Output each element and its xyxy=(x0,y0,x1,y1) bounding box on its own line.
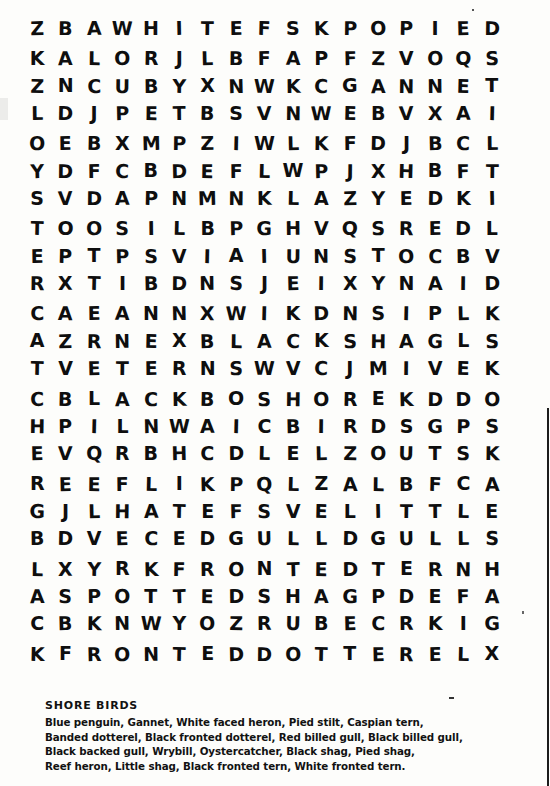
grid-cell[interactable]: L xyxy=(364,469,393,498)
grid-cell[interactable]: W xyxy=(136,609,165,638)
grid-cell[interactable]: Z xyxy=(335,439,364,468)
grid-cell[interactable]: B xyxy=(392,469,421,498)
grid-cell[interactable]: S xyxy=(392,412,420,440)
grid-cell[interactable]: Y xyxy=(364,269,393,298)
grid-cell[interactable]: E xyxy=(421,639,450,668)
grid-cell[interactable]: M xyxy=(193,184,222,213)
grid-cell[interactable]: D xyxy=(222,639,251,668)
grid-cell[interactable]: S xyxy=(222,269,251,298)
grid-cell[interactable]: X xyxy=(193,299,222,328)
grid-cell[interactable]: T xyxy=(392,497,421,526)
grid-cell[interactable]: F xyxy=(335,129,364,158)
grid-cell[interactable]: W xyxy=(250,72,279,101)
grid-cell[interactable]: P xyxy=(335,14,364,43)
grid-cell[interactable]: C xyxy=(278,326,307,355)
grid-cell[interactable]: K xyxy=(165,384,194,413)
grid-cell[interactable]: S xyxy=(250,497,279,526)
grid-cell[interactable]: D xyxy=(165,156,194,185)
grid-cell[interactable]: D xyxy=(335,554,364,583)
grid-cell[interactable]: Y xyxy=(165,609,193,637)
grid-cell[interactable]: Z xyxy=(307,470,335,498)
grid-cell[interactable]: L xyxy=(79,497,108,526)
grid-cell[interactable]: L xyxy=(23,99,52,128)
grid-cell[interactable]: G xyxy=(420,412,449,441)
grid-cell[interactable]: Q xyxy=(336,214,364,242)
grid-cell[interactable]: D xyxy=(80,184,109,213)
grid-cell[interactable]: O xyxy=(108,582,137,611)
grid-cell[interactable]: D xyxy=(250,639,279,668)
grid-cell[interactable]: V xyxy=(392,44,421,73)
grid-cell[interactable]: L xyxy=(278,129,307,158)
grid-cell[interactable]: E xyxy=(136,326,165,355)
grid-cell[interactable]: H xyxy=(23,412,52,441)
grid-cell[interactable]: V xyxy=(279,497,308,526)
grid-cell[interactable]: N xyxy=(165,299,194,328)
grid-cell[interactable]: N xyxy=(335,299,364,328)
grid-cell[interactable]: I xyxy=(307,269,336,298)
grid-cell[interactable]: E xyxy=(364,639,393,668)
grid-cell[interactable]: R xyxy=(23,269,52,298)
grid-cell[interactable]: K xyxy=(478,354,506,382)
grid-cell[interactable]: F xyxy=(108,469,137,498)
grid-cell[interactable]: T xyxy=(137,582,165,610)
grid-cell[interactable]: T xyxy=(421,497,450,526)
grid-cell[interactable]: J xyxy=(80,99,108,127)
grid-cell[interactable]: F xyxy=(222,157,251,186)
grid-cell[interactable]: C xyxy=(136,524,165,553)
grid-cell[interactable]: F xyxy=(449,582,478,611)
grid-cell[interactable]: L xyxy=(222,327,251,356)
grid-cell[interactable]: E xyxy=(193,157,222,186)
grid-cell[interactable]: R xyxy=(420,554,449,583)
grid-cell[interactable]: B xyxy=(193,384,222,413)
grid-cell[interactable]: C xyxy=(449,470,477,498)
grid-cell[interactable]: O xyxy=(51,214,79,242)
grid-cell[interactable]: P xyxy=(136,184,165,213)
grid-cell[interactable]: T xyxy=(478,72,506,100)
grid-cell[interactable]: A xyxy=(477,582,506,611)
grid-cell[interactable]: O xyxy=(279,639,308,668)
grid-cell[interactable]: C xyxy=(364,609,393,638)
grid-cell[interactable]: P xyxy=(108,241,137,270)
grid-cell[interactable]: E xyxy=(79,354,108,383)
grid-cell[interactable]: E xyxy=(108,524,137,553)
grid-cell[interactable]: D xyxy=(335,524,364,553)
grid-cell[interactable]: Z xyxy=(51,326,80,355)
grid-cell[interactable]: K xyxy=(420,609,449,638)
grid-cell[interactable]: T xyxy=(165,497,194,526)
grid-cell[interactable]: I xyxy=(222,412,251,441)
grid-cell[interactable]: P xyxy=(364,582,393,611)
grid-cell[interactable]: I xyxy=(136,214,165,243)
grid-cell[interactable]: S xyxy=(51,582,80,611)
grid-cell[interactable]: N xyxy=(449,554,478,583)
grid-cell[interactable]: D xyxy=(392,582,421,611)
grid-cell[interactable]: U xyxy=(278,609,307,638)
grid-cell[interactable]: A xyxy=(307,184,335,212)
grid-cell[interactable]: N xyxy=(108,327,137,356)
grid-cell[interactable]: R xyxy=(335,412,364,441)
grid-cell[interactable]: E xyxy=(449,71,478,100)
grid-cell[interactable]: T xyxy=(336,640,364,668)
grid-cell[interactable]: T xyxy=(23,214,52,243)
grid-cell[interactable]: K xyxy=(193,469,222,498)
grid-cell[interactable]: A xyxy=(23,327,51,355)
grid-cell[interactable]: W xyxy=(108,14,137,43)
grid-cell[interactable]: G xyxy=(250,214,279,243)
grid-cell[interactable]: D xyxy=(51,99,80,128)
grid-cell[interactable]: B xyxy=(23,524,52,553)
grid-cell[interactable]: R xyxy=(80,327,109,356)
grid-cell[interactable]: E xyxy=(23,242,52,271)
grid-cell[interactable]: C xyxy=(307,71,336,100)
grid-cell[interactable]: N xyxy=(136,412,165,441)
grid-cell[interactable]: I xyxy=(449,609,477,637)
grid-cell[interactable]: E xyxy=(136,99,165,128)
grid-cell[interactable]: I xyxy=(307,412,336,441)
grid-cell[interactable]: N xyxy=(307,242,336,271)
grid-cell[interactable]: O xyxy=(193,609,222,638)
grid-cell[interactable]: K xyxy=(307,327,335,355)
grid-cell[interactable]: L xyxy=(279,524,308,553)
grid-cell[interactable]: I xyxy=(364,497,393,526)
grid-cell[interactable]: T xyxy=(477,157,506,186)
grid-cell[interactable]: K xyxy=(250,184,279,213)
grid-cell[interactable]: X xyxy=(165,327,193,355)
grid-cell[interactable]: B xyxy=(51,14,80,43)
grid-cell[interactable]: X xyxy=(193,72,221,100)
grid-cell[interactable]: T xyxy=(278,554,307,583)
grid-cell[interactable]: Q xyxy=(80,439,109,468)
grid-cell[interactable]: L xyxy=(477,129,506,158)
grid-cell[interactable]: U xyxy=(250,524,279,553)
grid-cell[interactable]: D xyxy=(165,269,194,298)
grid-cell[interactable]: C xyxy=(79,71,108,100)
grid-cell[interactable]: K xyxy=(23,639,52,668)
grid-cell[interactable]: E xyxy=(80,299,109,328)
grid-cell[interactable]: L xyxy=(307,439,336,468)
grid-cell[interactable]: H xyxy=(108,497,137,526)
grid-cell[interactable]: A xyxy=(23,582,52,611)
grid-cell[interactable]: M xyxy=(136,129,165,158)
grid-cell[interactable]: Q xyxy=(449,44,477,72)
grid-cell[interactable]: A xyxy=(108,384,137,413)
grid-cell[interactable]: A xyxy=(278,44,307,73)
grid-cell[interactable]: L xyxy=(278,184,307,213)
grid-cell[interactable]: V xyxy=(165,242,194,271)
grid-cell[interactable]: I xyxy=(108,269,136,297)
grid-cell[interactable]: A xyxy=(136,497,165,526)
grid-cell[interactable]: P xyxy=(421,299,449,327)
grid-cell[interactable]: C xyxy=(23,384,52,413)
grid-cell[interactable]: S xyxy=(477,326,506,355)
grid-cell[interactable]: D xyxy=(477,269,506,298)
grid-cell[interactable]: N xyxy=(193,269,222,298)
grid-cell[interactable]: E xyxy=(51,129,80,158)
grid-cell[interactable]: D xyxy=(364,129,393,158)
grid-cell[interactable]: A xyxy=(449,99,478,128)
grid-cell[interactable]: P xyxy=(222,214,251,243)
grid-cell[interactable]: O xyxy=(364,439,393,468)
grid-cell[interactable]: O xyxy=(108,44,137,73)
grid-cell[interactable]: L xyxy=(449,524,478,553)
grid-cell[interactable]: K xyxy=(136,554,165,583)
grid-cell[interactable]: E xyxy=(23,439,52,468)
grid-cell[interactable]: Z xyxy=(23,71,52,100)
grid-cell[interactable]: C xyxy=(23,299,52,328)
grid-cell[interactable]: Z xyxy=(193,129,222,158)
grid-cell[interactable]: A xyxy=(193,412,222,441)
grid-cell[interactable]: W xyxy=(279,157,307,185)
grid-cell[interactable]: L xyxy=(108,412,136,440)
grid-cell[interactable]: S xyxy=(136,242,165,271)
grid-cell[interactable]: F xyxy=(165,554,194,583)
grid-cell[interactable]: G xyxy=(23,497,52,526)
grid-cell[interactable]: P xyxy=(392,14,421,43)
grid-cell[interactable]: C xyxy=(193,439,222,468)
grid-cell[interactable]: D xyxy=(51,157,80,186)
grid-cell[interactable]: V xyxy=(477,241,506,270)
grid-cell[interactable]: R xyxy=(136,44,165,73)
grid-cell[interactable]: N xyxy=(250,555,278,583)
grid-cell[interactable]: S xyxy=(222,99,250,127)
grid-cell[interactable]: A xyxy=(335,469,364,498)
grid-cell[interactable]: L xyxy=(250,439,279,468)
grid-cell[interactable]: S xyxy=(335,326,364,355)
grid-cell[interactable]: L xyxy=(449,497,478,526)
grid-cell[interactable]: T xyxy=(165,639,194,668)
grid-cell[interactable]: B xyxy=(79,129,108,158)
grid-cell[interactable]: E xyxy=(222,14,251,43)
grid-cell[interactable]: E xyxy=(335,609,364,638)
grid-cell[interactable]: O xyxy=(477,384,506,413)
grid-cell[interactable]: C xyxy=(307,354,336,383)
grid-cell[interactable]: S xyxy=(108,214,137,243)
grid-cell[interactable]: A xyxy=(477,469,506,498)
grid-cell[interactable]: N xyxy=(392,269,420,297)
grid-cell[interactable]: P xyxy=(307,156,336,185)
grid-cell[interactable]: P xyxy=(449,412,478,441)
grid-cell[interactable]: Q xyxy=(250,469,279,498)
grid-cell[interactable]: K xyxy=(307,14,336,43)
grid-cell[interactable]: N xyxy=(137,299,165,327)
grid-cell[interactable]: E xyxy=(193,640,221,668)
grid-cell[interactable]: V xyxy=(51,184,80,213)
grid-cell[interactable]: L xyxy=(136,469,165,498)
grid-cell[interactable]: D xyxy=(307,299,336,328)
grid-cell[interactable]: I xyxy=(165,14,194,43)
grid-cell[interactable]: W xyxy=(250,354,279,383)
grid-cell[interactable]: V xyxy=(392,99,421,128)
grid-cell[interactable]: S xyxy=(449,439,478,468)
grid-cell[interactable]: O xyxy=(392,241,421,270)
grid-cell[interactable]: B xyxy=(193,214,221,242)
grid-cell[interactable]: E xyxy=(335,99,364,128)
grid-cell[interactable]: S xyxy=(364,299,393,328)
grid-cell[interactable]: N xyxy=(279,99,308,128)
grid-cell[interactable]: P xyxy=(108,99,137,128)
grid-cell[interactable]: N xyxy=(193,354,221,382)
grid-cell[interactable]: B xyxy=(193,99,222,128)
grid-cell[interactable]: F xyxy=(420,469,449,498)
grid-cell[interactable]: V xyxy=(51,439,80,468)
grid-cell[interactable]: L xyxy=(307,524,336,553)
grid-cell[interactable]: A xyxy=(420,269,449,298)
grid-cell[interactable]: P xyxy=(165,129,194,158)
grid-cell[interactable]: P xyxy=(307,44,335,72)
grid-cell[interactable]: E xyxy=(165,524,194,553)
grid-cell[interactable]: E xyxy=(193,582,222,611)
grid-cell[interactable]: L xyxy=(336,497,364,525)
grid-cell[interactable]: T xyxy=(80,242,108,270)
grid-cell[interactable]: A xyxy=(250,327,279,356)
grid-cell[interactable]: N xyxy=(165,184,193,212)
grid-cell[interactable]: A xyxy=(80,14,109,43)
grid-cell[interactable]: B xyxy=(51,609,80,638)
grid-cell[interactable]: X xyxy=(108,129,136,157)
grid-cell[interactable]: G xyxy=(222,524,250,552)
grid-cell[interactable]: W xyxy=(165,412,194,441)
grid-cell[interactable]: N xyxy=(222,184,251,213)
grid-cell[interactable]: D xyxy=(449,384,478,413)
grid-cell[interactable]: S xyxy=(222,354,251,383)
grid-cell[interactable]: N xyxy=(421,72,450,101)
grid-cell[interactable]: V xyxy=(250,99,279,128)
grid-cell[interactable]: K xyxy=(307,129,336,158)
grid-cell[interactable]: V xyxy=(51,354,79,382)
grid-cell[interactable]: E xyxy=(136,354,165,383)
grid-cell[interactable]: P xyxy=(80,582,109,611)
grid-cell[interactable]: O xyxy=(222,385,250,413)
grid-cell[interactable]: B xyxy=(278,412,307,441)
grid-cell[interactable]: E xyxy=(80,469,109,498)
grid-cell[interactable]: H xyxy=(279,582,307,610)
grid-cell[interactable]: J xyxy=(165,44,193,72)
grid-cell[interactable]: I xyxy=(165,470,193,498)
grid-cell[interactable]: S xyxy=(23,184,51,212)
grid-cell[interactable]: N xyxy=(51,72,79,100)
grid-cell[interactable]: Y xyxy=(79,554,108,583)
grid-cell[interactable]: H xyxy=(279,214,308,243)
grid-cell[interactable]: B xyxy=(137,157,165,185)
grid-cell[interactable]: K xyxy=(477,299,506,328)
grid-cell[interactable]: W xyxy=(250,129,278,157)
grid-cell[interactable]: E xyxy=(392,555,420,583)
grid-cell[interactable]: L xyxy=(278,469,307,498)
grid-cell[interactable]: L xyxy=(23,554,52,583)
grid-cell[interactable]: E xyxy=(307,497,336,526)
grid-cell[interactable]: K xyxy=(392,384,421,413)
grid-cell[interactable]: Z xyxy=(23,14,52,43)
grid-cell[interactable]: B xyxy=(420,129,449,158)
grid-cell[interactable]: B xyxy=(193,326,222,355)
grid-cell[interactable]: S xyxy=(477,412,506,441)
grid-cell[interactable]: U xyxy=(392,524,421,553)
grid-cell[interactable]: R xyxy=(165,354,194,383)
grid-cell[interactable]: I xyxy=(193,241,222,270)
grid-cell[interactable]: H xyxy=(279,384,308,413)
grid-cell[interactable]: F xyxy=(449,156,478,185)
grid-cell[interactable]: D xyxy=(193,524,222,553)
grid-cell[interactable]: B xyxy=(51,384,80,413)
grid-cell[interactable]: F xyxy=(250,14,279,43)
grid-cell[interactable]: B xyxy=(222,44,251,73)
grid-cell[interactable]: J xyxy=(336,354,364,382)
grid-cell[interactable]: V xyxy=(421,354,450,383)
grid-cell[interactable]: M xyxy=(364,354,393,383)
grid-cell[interactable]: T xyxy=(165,99,194,128)
grid-cell[interactable]: I xyxy=(250,299,279,328)
grid-cell[interactable]: W xyxy=(307,99,336,128)
grid-cell[interactable]: J xyxy=(51,497,79,525)
grid-cell[interactable]: R xyxy=(250,609,279,638)
grid-cell[interactable]: G xyxy=(336,72,364,100)
grid-cell[interactable]: O xyxy=(222,554,251,583)
grid-cell[interactable]: A xyxy=(307,582,336,611)
grid-cell[interactable]: G xyxy=(364,524,392,552)
grid-cell[interactable]: X xyxy=(51,554,80,583)
grid-cell[interactable]: O xyxy=(420,44,449,73)
grid-cell[interactable]: R xyxy=(392,609,421,638)
grid-cell[interactable]: P xyxy=(51,412,80,441)
grid-cell[interactable]: B xyxy=(137,439,165,467)
grid-cell[interactable]: O xyxy=(364,14,393,43)
grid-cell[interactable]: O xyxy=(23,129,52,158)
grid-cell[interactable]: R xyxy=(193,554,222,583)
grid-cell[interactable]: U xyxy=(108,72,137,101)
grid-cell[interactable]: K xyxy=(279,72,308,101)
grid-cell[interactable]: B xyxy=(136,269,165,298)
grid-cell[interactable]: B xyxy=(449,242,478,271)
grid-cell[interactable]: S xyxy=(364,214,393,243)
grid-cell[interactable]: I xyxy=(250,241,279,270)
grid-cell[interactable]: X xyxy=(335,269,364,298)
grid-cell[interactable]: L xyxy=(449,299,478,328)
grid-cell[interactable]: Z xyxy=(222,609,251,638)
grid-cell[interactable]: E xyxy=(449,354,478,383)
grid-cell[interactable]: E xyxy=(278,269,307,298)
grid-cell[interactable]: N xyxy=(136,639,165,668)
grid-cell[interactable]: F xyxy=(80,157,109,186)
grid-cell[interactable]: D xyxy=(421,384,450,413)
grid-cell[interactable]: A xyxy=(51,44,80,73)
grid-cell[interactable]: E xyxy=(279,439,307,467)
grid-cell[interactable]: I xyxy=(449,269,478,298)
grid-cell[interactable]: K xyxy=(279,299,307,327)
grid-cell[interactable]: Y xyxy=(364,184,393,213)
grid-cell[interactable]: I xyxy=(421,14,449,42)
grid-cell[interactable]: H xyxy=(137,14,165,42)
grid-cell[interactable]: A xyxy=(364,71,393,100)
grid-cell[interactable]: R xyxy=(108,439,137,468)
grid-cell[interactable]: C xyxy=(421,242,450,271)
grid-cell[interactable]: D xyxy=(222,439,251,468)
grid-cell[interactable]: T xyxy=(421,439,449,467)
grid-cell[interactable]: I xyxy=(392,299,421,328)
grid-cell[interactable]: V xyxy=(80,524,108,552)
grid-cell[interactable]: L xyxy=(449,327,477,355)
grid-cell[interactable]: U xyxy=(279,242,308,271)
grid-cell[interactable]: F xyxy=(250,44,279,73)
grid-cell[interactable]: R xyxy=(392,214,421,243)
grid-cell[interactable]: B xyxy=(364,99,392,127)
grid-cell[interactable]: R xyxy=(335,384,364,413)
grid-cell[interactable]: I xyxy=(79,412,108,441)
grid-cell[interactable]: C xyxy=(136,384,165,413)
grid-cell[interactable]: A xyxy=(51,299,80,328)
grid-cell[interactable]: G xyxy=(477,609,506,638)
grid-cell[interactable]: T xyxy=(23,354,52,383)
